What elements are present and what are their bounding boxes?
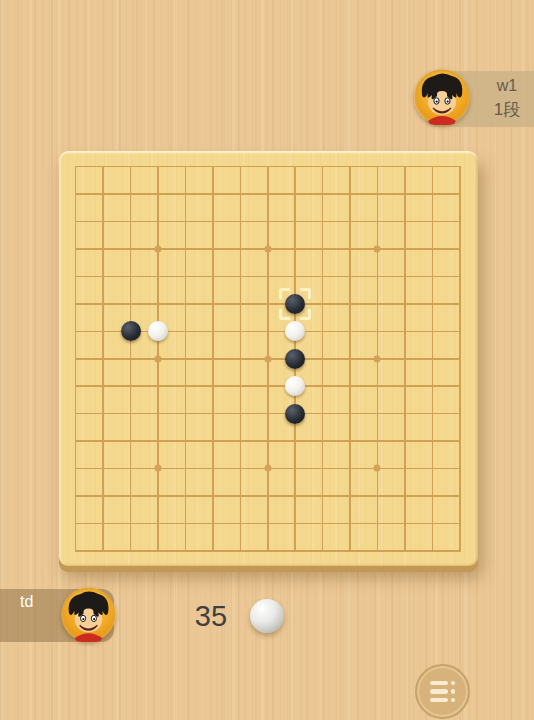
stone-black-i8 bbox=[285, 349, 305, 369]
character-avatar-icon bbox=[414, 69, 470, 125]
player-panel-bottom: td bbox=[0, 589, 114, 642]
star-point bbox=[155, 465, 162, 472]
stone-white-i9 bbox=[285, 321, 305, 341]
star-point bbox=[374, 246, 381, 253]
star-point bbox=[374, 355, 381, 362]
menu-list-icon bbox=[430, 681, 456, 686]
player-avatar[interactable] bbox=[61, 587, 116, 642]
stone-black-i10 bbox=[285, 294, 305, 314]
player-panel-top: w1 1段 bbox=[424, 71, 534, 127]
star-point bbox=[264, 355, 271, 362]
character-avatar-icon bbox=[61, 587, 116, 642]
stone-black-i6 bbox=[285, 404, 305, 424]
board-grid bbox=[75, 166, 461, 552]
opponent-avatar[interactable] bbox=[414, 69, 470, 125]
star-point bbox=[264, 465, 271, 472]
game-screen: w1 1段 td bbox=[0, 0, 534, 720]
stone-white-i7 bbox=[285, 376, 305, 396]
stone-white-d9 bbox=[148, 321, 168, 341]
star-point bbox=[155, 246, 162, 253]
menu-button[interactable] bbox=[415, 664, 470, 719]
menu-list-icon bbox=[430, 698, 456, 703]
star-point bbox=[155, 355, 162, 362]
stone-black-c9 bbox=[121, 321, 141, 341]
opponent-rank: 1段 bbox=[494, 98, 520, 121]
gomoku-board[interactable] bbox=[59, 151, 478, 566]
star-point bbox=[374, 465, 381, 472]
player-name: td bbox=[20, 593, 33, 611]
last-move-marker bbox=[279, 288, 311, 320]
opponent-name: w1 bbox=[497, 77, 517, 95]
move-timer: 35 bbox=[195, 600, 227, 632]
menu-list-icon bbox=[430, 689, 456, 694]
star-point bbox=[264, 246, 271, 253]
turn-indicator-white-stone bbox=[250, 599, 284, 633]
